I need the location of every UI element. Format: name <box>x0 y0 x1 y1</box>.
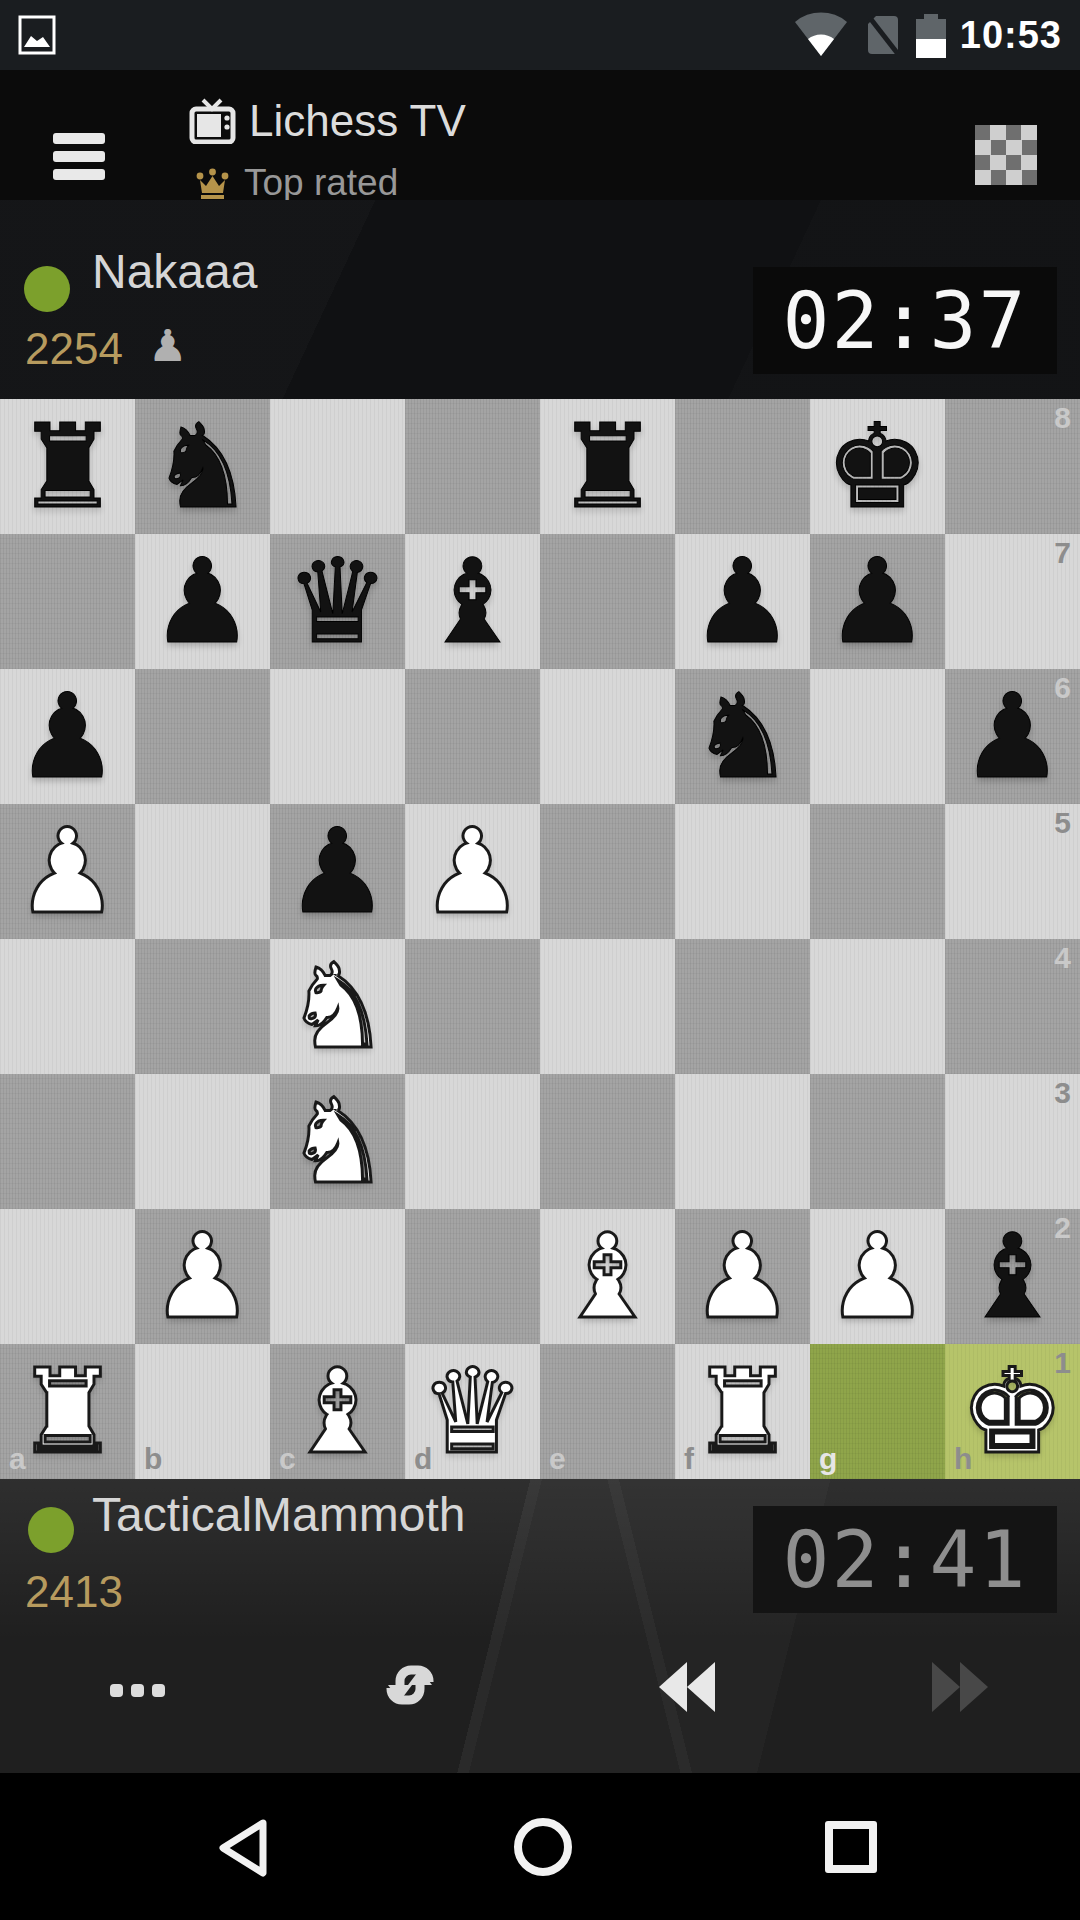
piece-black-bishop: ♝ <box>420 543 525 660</box>
square-a8[interactable]: ♜ <box>0 399 135 534</box>
square-b4[interactable] <box>135 939 270 1074</box>
lichess-tv-screen: 10:53 Lichess TV Top rated <box>0 0 1080 1920</box>
piece-black-queen: ♛ <box>285 543 390 660</box>
square-b5[interactable] <box>135 804 270 939</box>
board-thumbnail-icon[interactable] <box>975 125 1037 185</box>
square-h5[interactable]: 5 <box>945 804 1080 939</box>
battery-icon <box>916 14 946 58</box>
file-label-a: a <box>9 1444 26 1474</box>
square-a4[interactable] <box>0 939 135 1074</box>
square-c4[interactable]: ♞ <box>270 939 405 1074</box>
square-d2[interactable] <box>405 1209 540 1344</box>
channel-label: Top rated <box>244 162 398 204</box>
piece-black-rook: ♜ <box>555 408 660 525</box>
square-f1[interactable]: ♜f <box>675 1344 810 1479</box>
square-g5[interactable] <box>810 804 945 939</box>
square-g8[interactable]: ♚ <box>810 399 945 534</box>
square-h1[interactable]: ♚1h <box>945 1344 1080 1479</box>
piece-white-knight: ♞ <box>285 948 390 1065</box>
file-label-d: d <box>414 1444 432 1474</box>
square-e8[interactable]: ♜ <box>540 399 675 534</box>
piece-black-rook: ♜ <box>15 408 120 525</box>
square-f8[interactable] <box>675 399 810 534</box>
player-panel-top: Nakaaa 2254 ♟ 02:37 <box>0 200 1080 399</box>
player-rating-top: 2254 <box>25 324 123 374</box>
back-icon[interactable] <box>215 1817 271 1879</box>
piece-black-pawn: ♟ <box>825 543 930 660</box>
chess-board: ♜♞♜♚8♟♛♝♟♟7♟♞♟6♟♟♟5♞4♞3♟♝♟♟♝2♜ab♝c♛de♜fg… <box>0 399 1080 1479</box>
piece-black-pawn: ♟ <box>15 678 120 795</box>
screenshot-notification-icon <box>18 14 56 56</box>
piece-white-knight: ♞ <box>285 1083 390 1200</box>
square-h2[interactable]: ♝2 <box>945 1209 1080 1344</box>
piece-black-pawn: ♟ <box>690 543 795 660</box>
rank-label-7: 7 <box>1054 538 1071 568</box>
square-g1[interactable]: g <box>810 1344 945 1479</box>
square-d6[interactable] <box>405 669 540 804</box>
piece-white-pawn: ♟ <box>15 813 120 930</box>
piece-white-bishop: ♝ <box>285 1353 390 1470</box>
hamburger-menu-icon[interactable] <box>53 133 105 180</box>
piece-white-pawn: ♟ <box>825 1218 930 1335</box>
rank-label-2: 2 <box>1054 1213 1071 1243</box>
file-label-c: c <box>279 1444 296 1474</box>
square-g3[interactable] <box>810 1074 945 1209</box>
square-e6[interactable] <box>540 669 675 804</box>
square-d7[interactable]: ♝ <box>405 534 540 669</box>
square-g7[interactable]: ♟ <box>810 534 945 669</box>
square-b6[interactable] <box>135 669 270 804</box>
piece-white-pawn: ♟ <box>150 1218 255 1335</box>
square-f2[interactable]: ♟ <box>675 1209 810 1344</box>
no-sim-icon <box>864 12 902 58</box>
square-a6[interactable]: ♟ <box>0 669 135 804</box>
piece-white-bishop: ♝ <box>555 1218 660 1335</box>
piece-black-pawn: ♟ <box>285 813 390 930</box>
piece-white-rook: ♜ <box>15 1353 120 1470</box>
square-g6[interactable] <box>810 669 945 804</box>
square-c7[interactable]: ♛ <box>270 534 405 669</box>
square-b7[interactable]: ♟ <box>135 534 270 669</box>
more-options-icon[interactable] <box>110 1684 165 1697</box>
square-e4[interactable] <box>540 939 675 1074</box>
square-b8[interactable]: ♞ <box>135 399 270 534</box>
square-a2[interactable] <box>0 1209 135 1344</box>
square-c1[interactable]: ♝c <box>270 1344 405 1479</box>
square-b2[interactable]: ♟ <box>135 1209 270 1344</box>
header-subtitle-row: Top rated <box>196 162 398 204</box>
piece-white-pawn: ♟ <box>690 1218 795 1335</box>
square-e1[interactable]: e <box>540 1344 675 1479</box>
square-h8[interactable]: 8 <box>945 399 1080 534</box>
crown-icon <box>196 167 229 200</box>
rewind-icon[interactable] <box>657 1662 717 1712</box>
file-label-h: h <box>954 1444 972 1474</box>
square-c2[interactable] <box>270 1209 405 1344</box>
square-a7[interactable] <box>0 534 135 669</box>
clock-top: 02:37 <box>753 267 1057 374</box>
piece-black-pawn: ♟ <box>960 678 1065 795</box>
clock-bottom: 02:41 <box>753 1506 1057 1613</box>
android-status-bar: 10:53 <box>0 0 1080 70</box>
file-label-f: f <box>684 1444 694 1474</box>
piece-black-king: ♚ <box>825 408 930 525</box>
piece-black-pawn: ♟ <box>150 543 255 660</box>
black-pawn-icon: ♟ <box>148 320 187 371</box>
player-name-bottom[interactable]: TacticalMammoth <box>92 1487 465 1542</box>
square-f7[interactable]: ♟ <box>675 534 810 669</box>
online-status-dot <box>28 1507 74 1553</box>
piece-black-knight: ♞ <box>690 678 795 795</box>
square-h3[interactable]: 3 <box>945 1074 1080 1209</box>
piece-white-pawn: ♟ <box>420 813 525 930</box>
rank-label-6: 6 <box>1054 673 1071 703</box>
android-nav-bar <box>0 1773 1080 1920</box>
square-a5[interactable]: ♟ <box>0 804 135 939</box>
fast-forward-icon[interactable] <box>930 1662 990 1712</box>
recents-icon[interactable] <box>825 1821 877 1873</box>
header-title-row: Lichess TV <box>189 96 466 146</box>
piece-black-knight: ♞ <box>150 408 255 525</box>
square-f6[interactable]: ♞ <box>675 669 810 804</box>
page-title: Lichess TV <box>249 96 466 146</box>
square-h7[interactable]: 7 <box>945 534 1080 669</box>
square-d4[interactable] <box>405 939 540 1074</box>
file-label-b: b <box>144 1444 162 1474</box>
square-e5[interactable] <box>540 804 675 939</box>
square-c8[interactable] <box>270 399 405 534</box>
square-d5[interactable]: ♟ <box>405 804 540 939</box>
square-d3[interactable] <box>405 1074 540 1209</box>
square-g4[interactable] <box>810 939 945 1074</box>
square-a3[interactable] <box>0 1074 135 1209</box>
square-c6[interactable] <box>270 669 405 804</box>
square-h4[interactable]: 4 <box>945 939 1080 1074</box>
square-c5[interactable]: ♟ <box>270 804 405 939</box>
player-panel-bottom: TacticalMammoth 2413 02:41 <box>0 1479 1080 1773</box>
piece-white-rook: ♜ <box>690 1353 795 1470</box>
square-h6[interactable]: ♟6 <box>945 669 1080 804</box>
rank-label-3: 3 <box>1054 1078 1071 1108</box>
square-b1[interactable]: b <box>135 1344 270 1479</box>
flip-board-icon[interactable] <box>380 1655 440 1719</box>
player-rating-bottom: 2413 <box>25 1567 123 1617</box>
rank-label-8: 8 <box>1054 403 1071 433</box>
square-e3[interactable] <box>540 1074 675 1209</box>
square-e7[interactable] <box>540 534 675 669</box>
square-c3[interactable]: ♞ <box>270 1074 405 1209</box>
square-f3[interactable] <box>675 1074 810 1209</box>
app-header: Lichess TV Top rated <box>0 70 1080 200</box>
tv-icon <box>189 98 236 144</box>
status-icons-cluster: 10:53 <box>792 12 1062 58</box>
file-label-e: e <box>549 1444 566 1474</box>
file-label-g: g <box>819 1444 837 1474</box>
online-status-dot <box>24 266 70 312</box>
rank-label-1: 1 <box>1054 1348 1071 1378</box>
wifi-icon <box>792 12 850 58</box>
square-g2[interactable]: ♟ <box>810 1209 945 1344</box>
piece-white-queen: ♛ <box>420 1353 525 1470</box>
square-a1[interactable]: ♜a <box>0 1344 135 1479</box>
piece-black-bishop: ♝ <box>960 1218 1065 1335</box>
square-e2[interactable]: ♝ <box>540 1209 675 1344</box>
rank-label-4: 4 <box>1054 943 1071 973</box>
rank-label-5: 5 <box>1054 808 1071 838</box>
piece-white-king: ♚ <box>960 1353 1065 1470</box>
square-f4[interactable] <box>675 939 810 1074</box>
status-time: 10:53 <box>960 14 1062 57</box>
home-icon[interactable] <box>514 1818 572 1876</box>
player-name-top[interactable]: Nakaaa <box>92 244 257 299</box>
square-b3[interactable] <box>135 1074 270 1209</box>
square-f5[interactable] <box>675 804 810 939</box>
square-d1[interactable]: ♛d <box>405 1344 540 1479</box>
square-d8[interactable] <box>405 399 540 534</box>
